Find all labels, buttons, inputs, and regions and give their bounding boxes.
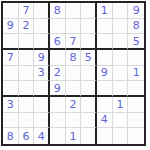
- cell-r5c8[interactable]: [113, 66, 129, 82]
- cell-r3c6[interactable]: [81, 34, 97, 50]
- cell-r1c5[interactable]: [66, 3, 82, 19]
- cell-r6c6[interactable]: [81, 81, 97, 97]
- cell-r7c5[interactable]: 2: [66, 97, 82, 113]
- cell-r5c9[interactable]: 1: [128, 66, 144, 82]
- cell-r7c6[interactable]: [81, 97, 97, 113]
- cell-r9c4[interactable]: [50, 128, 66, 144]
- cell-r9c5[interactable]: 1: [66, 128, 82, 144]
- cell-r8c8[interactable]: [113, 113, 129, 129]
- cell-r4c5[interactable]: 8: [66, 50, 82, 66]
- cell-r4c2[interactable]: [19, 50, 35, 66]
- cell-r5c1[interactable]: [3, 66, 19, 82]
- cell-r3c5[interactable]: 7: [66, 34, 82, 50]
- cell-r8c4[interactable]: [50, 113, 66, 129]
- cell-r2c6[interactable]: [81, 19, 97, 35]
- cell-r2c1[interactable]: 9: [3, 19, 19, 35]
- cell-r9c7[interactable]: [97, 128, 113, 144]
- cell-r2c8[interactable]: [113, 19, 129, 35]
- cell-r7c1[interactable]: 3: [3, 97, 19, 113]
- cell-r1c8[interactable]: [113, 3, 129, 19]
- cell-r6c5[interactable]: [66, 81, 82, 97]
- sudoku-app: 781992867579853291932148641: [0, 0, 150, 150]
- cell-r1c9[interactable]: 9: [128, 3, 144, 19]
- cell-r3c4[interactable]: 6: [50, 34, 66, 50]
- cell-r1c3[interactable]: [34, 3, 50, 19]
- cell-r6c3[interactable]: [34, 81, 50, 97]
- cell-r1c2[interactable]: 7: [19, 3, 35, 19]
- cell-r7c9[interactable]: [128, 97, 144, 113]
- cell-r3c8[interactable]: [113, 34, 129, 50]
- cell-r4c7[interactable]: [97, 50, 113, 66]
- cell-r8c2[interactable]: [19, 113, 35, 129]
- cell-r6c7[interactable]: [97, 81, 113, 97]
- cell-r3c3[interactable]: [34, 34, 50, 50]
- cell-r5c4[interactable]: 2: [50, 66, 66, 82]
- cell-r6c9[interactable]: [128, 81, 144, 97]
- cell-r8c1[interactable]: [3, 113, 19, 129]
- cell-r9c9[interactable]: [128, 128, 144, 144]
- cell-r1c4[interactable]: 8: [50, 3, 66, 19]
- cell-r7c8[interactable]: 1: [113, 97, 129, 113]
- cell-r5c6[interactable]: [81, 66, 97, 82]
- cell-r6c1[interactable]: [3, 81, 19, 97]
- cell-r6c2[interactable]: [19, 81, 35, 97]
- cell-r2c4[interactable]: [50, 19, 66, 35]
- cell-r2c2[interactable]: 2: [19, 19, 35, 35]
- cell-r2c3[interactable]: [34, 19, 50, 35]
- cell-r3c9[interactable]: 5: [128, 34, 144, 50]
- cell-r7c7[interactable]: [97, 97, 113, 113]
- cell-r9c1[interactable]: 8: [3, 128, 19, 144]
- cell-r6c8[interactable]: [113, 81, 129, 97]
- sudoku-board: 781992867579853291932148641: [1, 1, 146, 146]
- cell-r7c3[interactable]: [34, 97, 50, 113]
- cell-r9c2[interactable]: 6: [19, 128, 35, 144]
- cell-r7c2[interactable]: [19, 97, 35, 113]
- cell-r8c5[interactable]: [66, 113, 82, 129]
- cell-r5c3[interactable]: 3: [34, 66, 50, 82]
- cell-r7c4[interactable]: [50, 97, 66, 113]
- cell-r8c6[interactable]: [81, 113, 97, 129]
- cell-r2c5[interactable]: [66, 19, 82, 35]
- cell-r2c7[interactable]: [97, 19, 113, 35]
- cell-r3c7[interactable]: [97, 34, 113, 50]
- cell-r4c8[interactable]: [113, 50, 129, 66]
- cell-r4c9[interactable]: [128, 50, 144, 66]
- cell-r5c5[interactable]: [66, 66, 82, 82]
- cell-r1c7[interactable]: 1: [97, 3, 113, 19]
- cell-r9c6[interactable]: [81, 128, 97, 144]
- cell-r4c3[interactable]: 9: [34, 50, 50, 66]
- cell-r3c1[interactable]: [3, 34, 19, 50]
- cell-r4c6[interactable]: 5: [81, 50, 97, 66]
- cell-r1c6[interactable]: [81, 3, 97, 19]
- cell-r2c9[interactable]: 8: [128, 19, 144, 35]
- cell-r1c1[interactable]: [3, 3, 19, 19]
- cell-r8c3[interactable]: [34, 113, 50, 129]
- cell-r6c4[interactable]: 9: [50, 81, 66, 97]
- cell-r5c2[interactable]: [19, 66, 35, 82]
- cell-r9c8[interactable]: [113, 128, 129, 144]
- cell-r4c1[interactable]: 7: [3, 50, 19, 66]
- cell-r4c4[interactable]: [50, 50, 66, 66]
- cell-r3c2[interactable]: [19, 34, 35, 50]
- cell-r8c7[interactable]: 4: [97, 113, 113, 129]
- cell-r8c9[interactable]: [128, 113, 144, 129]
- cell-r9c3[interactable]: 4: [34, 128, 50, 144]
- cell-r5c7[interactable]: 9: [97, 66, 113, 82]
